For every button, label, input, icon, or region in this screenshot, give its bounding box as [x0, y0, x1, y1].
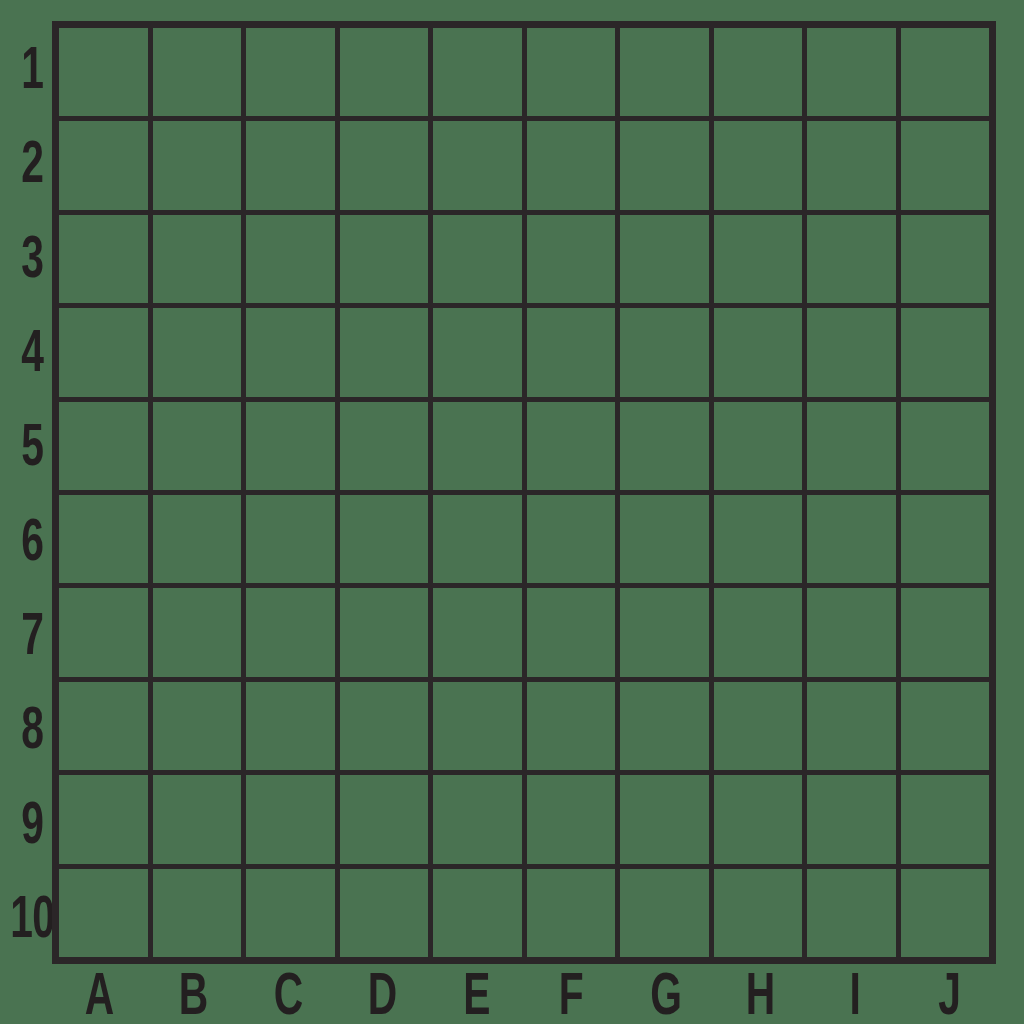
grid-cell-B10[interactable]: [153, 869, 242, 957]
col-label-text: D: [368, 964, 397, 1024]
col-label-B: B: [146, 964, 240, 1024]
row-label-text: 1: [21, 38, 43, 98]
grid-cell-G3[interactable]: [620, 215, 709, 303]
grid-cell-I5[interactable]: [807, 402, 896, 490]
col-label-text: C: [274, 964, 303, 1024]
grid-cell-A4[interactable]: [59, 308, 148, 396]
grid-cell-E10[interactable]: [433, 869, 522, 957]
grid-cell-I7[interactable]: [807, 588, 896, 676]
grid-cell-G1[interactable]: [620, 28, 709, 116]
col-label-C: C: [241, 964, 335, 1024]
col-label-E: E: [430, 964, 524, 1024]
grid-cell-F5[interactable]: [527, 402, 616, 490]
grid-cell-C9[interactable]: [246, 775, 335, 863]
grid-cell-I2[interactable]: [807, 121, 896, 209]
grid-cell-E9[interactable]: [433, 775, 522, 863]
grid-cell-H10[interactable]: [714, 869, 803, 957]
grid-cell-J8[interactable]: [901, 682, 990, 770]
grid-cell-I6[interactable]: [807, 495, 896, 583]
grid-cell-F4[interactable]: [527, 308, 616, 396]
grid-cell-F8[interactable]: [527, 682, 616, 770]
grid-cell-B3[interactable]: [153, 215, 242, 303]
grid-cell-C3[interactable]: [246, 215, 335, 303]
grid-cell-F6[interactable]: [527, 495, 616, 583]
grid-cell-A10[interactable]: [59, 869, 148, 957]
grid-cell-G4[interactable]: [620, 308, 709, 396]
grid-cell-J5[interactable]: [901, 402, 990, 490]
col-labels: ABCDEFGHIJ: [52, 964, 996, 1022]
col-label-D: D: [335, 964, 429, 1024]
grid-cell-D4[interactable]: [340, 308, 429, 396]
grid-cell-F2[interactable]: [527, 121, 616, 209]
col-label-text: F: [559, 964, 583, 1024]
grid-cell-H5[interactable]: [714, 402, 803, 490]
grid-cell-F9[interactable]: [527, 775, 616, 863]
row-label-text: 5: [21, 415, 43, 475]
col-label-text: E: [464, 964, 491, 1024]
grid-cell-A5[interactable]: [59, 402, 148, 490]
grid-cell-H6[interactable]: [714, 495, 803, 583]
grid-cell-C7[interactable]: [246, 588, 335, 676]
grid-cell-G6[interactable]: [620, 495, 709, 583]
grid-cell-D9[interactable]: [340, 775, 429, 863]
grid-cell-D8[interactable]: [340, 682, 429, 770]
row-label-text: 2: [21, 132, 43, 192]
row-label-text: 7: [21, 604, 43, 664]
grid-cell-G9[interactable]: [620, 775, 709, 863]
grid-cell-G5[interactable]: [620, 402, 709, 490]
grid-cell-H2[interactable]: [714, 121, 803, 209]
grid-cell-B4[interactable]: [153, 308, 242, 396]
grid-cell-J4[interactable]: [901, 308, 990, 396]
grid-cell-A9[interactable]: [59, 775, 148, 863]
grid-cell-B9[interactable]: [153, 775, 242, 863]
grid-cell-B7[interactable]: [153, 588, 242, 676]
row-label-text: 6: [21, 510, 43, 570]
grid-cell-C6[interactable]: [246, 495, 335, 583]
grid-cell-E6[interactable]: [433, 495, 522, 583]
grid-cell-D10[interactable]: [340, 869, 429, 957]
grid-cell-E8[interactable]: [433, 682, 522, 770]
grid-cell-A2[interactable]: [59, 121, 148, 209]
grid-cell-D3[interactable]: [340, 215, 429, 303]
grid-cell-C1[interactable]: [246, 28, 335, 116]
grid-cell-J3[interactable]: [901, 215, 990, 303]
grid-cell-C8[interactable]: [246, 682, 335, 770]
row-label-text: 10: [10, 887, 54, 947]
grid-cell-F3[interactable]: [527, 215, 616, 303]
grid-cell-G10[interactable]: [620, 869, 709, 957]
grid-cell-E4[interactable]: [433, 308, 522, 396]
grid-cell-J7[interactable]: [901, 588, 990, 676]
grid-cell-I1[interactable]: [807, 28, 896, 116]
grid-cell-G7[interactable]: [620, 588, 709, 676]
grid-cell-E7[interactable]: [433, 588, 522, 676]
grid-cell-E3[interactable]: [433, 215, 522, 303]
col-label-text: G: [650, 964, 681, 1024]
grid-cell-B8[interactable]: [153, 682, 242, 770]
grid-cell-H4[interactable]: [714, 308, 803, 396]
row-label-text: 3: [21, 227, 43, 287]
grid-cell-C5[interactable]: [246, 402, 335, 490]
grid-cell-D5[interactable]: [340, 402, 429, 490]
col-label-H: H: [713, 964, 807, 1024]
grid-cell-A6[interactable]: [59, 495, 148, 583]
grid-cell-J2[interactable]: [901, 121, 990, 209]
grid-cell-D1[interactable]: [340, 28, 429, 116]
grid-cell-A8[interactable]: [59, 682, 148, 770]
grid-cell-F1[interactable]: [527, 28, 616, 116]
grid-cell-I8[interactable]: [807, 682, 896, 770]
row-label-text: 9: [21, 793, 43, 853]
col-label-A: A: [52, 964, 146, 1024]
grid-cell-B5[interactable]: [153, 402, 242, 490]
grid-cell-I3[interactable]: [807, 215, 896, 303]
grid-cell-E5[interactable]: [433, 402, 522, 490]
grid-cell-E1[interactable]: [433, 28, 522, 116]
grid-cell-A7[interactable]: [59, 588, 148, 676]
grid-cell-C10[interactable]: [246, 869, 335, 957]
board-grid: [52, 21, 996, 964]
col-label-text: A: [85, 964, 114, 1024]
row-labels: 12345678910: [0, 21, 52, 964]
grid-cell-I4[interactable]: [807, 308, 896, 396]
grid-cell-J9[interactable]: [901, 775, 990, 863]
grid-cell-F10[interactable]: [527, 869, 616, 957]
col-label-I: I: [807, 964, 901, 1024]
row-label-text: 8: [21, 698, 43, 758]
col-label-text: H: [746, 964, 775, 1024]
grid-cell-D6[interactable]: [340, 495, 429, 583]
grid-cell-B6[interactable]: [153, 495, 242, 583]
grid-cell-H1[interactable]: [714, 28, 803, 116]
col-label-F: F: [524, 964, 618, 1024]
grid-cell-I9[interactable]: [807, 775, 896, 863]
col-label-text: J: [938, 964, 960, 1024]
col-label-J: J: [902, 964, 996, 1024]
grid-cell-H7[interactable]: [714, 588, 803, 676]
grid-cell-C2[interactable]: [246, 121, 335, 209]
grid-cell-F7[interactable]: [527, 588, 616, 676]
grid-cell-H8[interactable]: [714, 682, 803, 770]
grid-cell-H3[interactable]: [714, 215, 803, 303]
grid-cell-D7[interactable]: [340, 588, 429, 676]
grid-cell-J1[interactable]: [901, 28, 990, 116]
grid-cell-B1[interactable]: [153, 28, 242, 116]
grid-cell-E2[interactable]: [433, 121, 522, 209]
grid-cell-A1[interactable]: [59, 28, 148, 116]
col-label-text: I: [849, 964, 860, 1024]
col-label-G: G: [618, 964, 712, 1024]
grid-cell-I10[interactable]: [807, 869, 896, 957]
grid-cell-G8[interactable]: [620, 682, 709, 770]
col-label-text: B: [179, 964, 208, 1024]
grid-cell-J10[interactable]: [901, 869, 990, 957]
grid-cell-C4[interactable]: [246, 308, 335, 396]
grid-cell-B2[interactable]: [153, 121, 242, 209]
grid-cell-D2[interactable]: [340, 121, 429, 209]
grid-cell-J6[interactable]: [901, 495, 990, 583]
grid-cell-A3[interactable]: [59, 215, 148, 303]
grid-cell-G2[interactable]: [620, 121, 709, 209]
grid-cell-H9[interactable]: [714, 775, 803, 863]
row-label-text: 4: [21, 321, 43, 381]
